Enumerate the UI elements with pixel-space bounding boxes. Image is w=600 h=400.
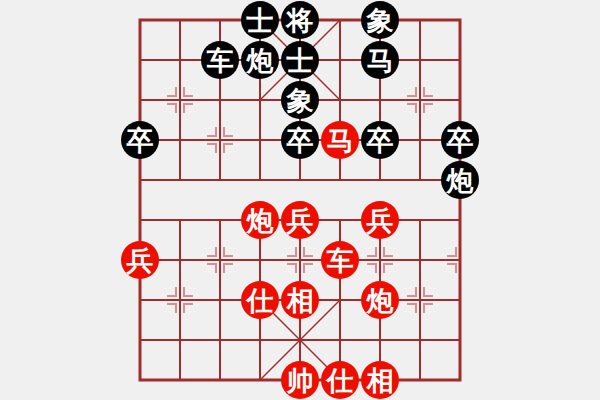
piece-black-horse[interactable]: 马 [361, 41, 399, 79]
piece-black-cannon[interactable]: 炮 [241, 41, 279, 79]
piece-black-soldier[interactable]: 卒 [281, 121, 319, 159]
piece-black-soldier[interactable]: 卒 [121, 121, 159, 159]
piece-red-horse[interactable]: 马 [321, 121, 359, 159]
piece-red-chariot[interactable]: 车 [321, 241, 359, 279]
piece-red-general[interactable]: 帅 [281, 361, 319, 399]
piece-black-soldier[interactable]: 卒 [441, 121, 479, 159]
piece-black-chariot[interactable]: 车 [201, 41, 239, 79]
piece-red-soldier[interactable]: 兵 [361, 201, 399, 239]
piece-red-elephant[interactable]: 相 [361, 361, 399, 399]
piece-red-cannon[interactable]: 炮 [241, 201, 279, 239]
xiangqi-board-region: 士将象车炮士马象卒卒卒卒炮马炮兵兵兵车仕相炮帅仕相 [0, 0, 600, 400]
piece-black-cannon[interactable]: 炮 [441, 161, 479, 199]
piece-red-advisor[interactable]: 仕 [321, 361, 359, 399]
piece-red-elephant[interactable]: 相 [281, 281, 319, 319]
pieces-layer: 士将象车炮士马象卒卒卒卒炮马炮兵兵兵车仕相炮帅仕相 [120, 0, 480, 400]
piece-red-soldier[interactable]: 兵 [281, 201, 319, 239]
piece-black-elephant[interactable]: 象 [361, 1, 399, 39]
piece-black-elephant[interactable]: 象 [281, 81, 319, 119]
piece-red-advisor[interactable]: 仕 [241, 281, 279, 319]
piece-red-cannon[interactable]: 炮 [361, 281, 399, 319]
piece-black-advisor[interactable]: 士 [281, 41, 319, 79]
piece-black-advisor[interactable]: 士 [241, 1, 279, 39]
piece-black-general[interactable]: 将 [281, 1, 319, 39]
piece-red-soldier[interactable]: 兵 [121, 241, 159, 279]
piece-black-soldier[interactable]: 卒 [361, 121, 399, 159]
